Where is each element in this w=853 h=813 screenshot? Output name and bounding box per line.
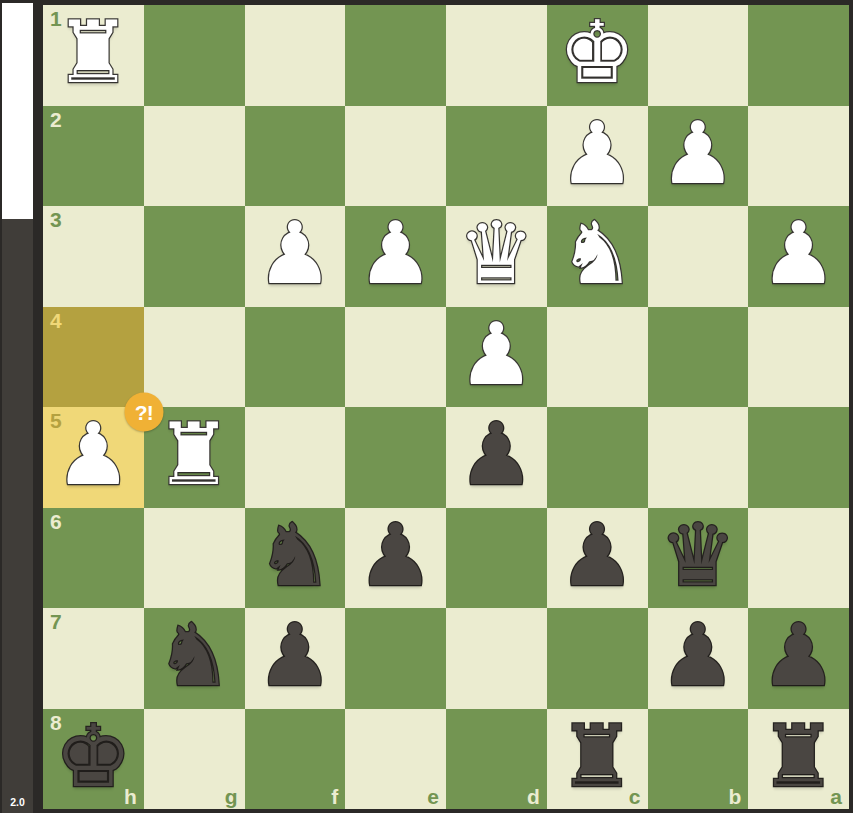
rank-label-7: 7: [50, 611, 62, 632]
evaluation-bar-white-portion: [2, 3, 33, 219]
square-b5[interactable]: [648, 407, 749, 508]
piece-white-king[interactable]: ♚: [559, 9, 636, 95]
file-label-b: b: [728, 786, 741, 807]
square-c1[interactable]: ♚: [547, 5, 648, 106]
square-g6[interactable]: [144, 508, 245, 609]
square-e7[interactable]: [345, 608, 446, 709]
square-h5[interactable]: 5♟: [43, 407, 144, 508]
square-d4[interactable]: ♟: [446, 307, 547, 408]
square-a3[interactable]: ♟: [748, 206, 849, 307]
square-e4[interactable]: [345, 307, 446, 408]
file-label-d: d: [527, 786, 540, 807]
piece-white-queen[interactable]: ♛: [458, 210, 535, 296]
file-label-f: f: [331, 786, 338, 807]
square-g8[interactable]: g: [144, 709, 245, 810]
square-d3[interactable]: ♛: [446, 206, 547, 307]
square-c8[interactable]: c♜: [547, 709, 648, 810]
square-h6[interactable]: 6: [43, 508, 144, 609]
square-b8[interactable]: b: [648, 709, 749, 810]
piece-black-rook[interactable]: ♜: [559, 713, 636, 799]
square-f4[interactable]: [245, 307, 346, 408]
square-h1[interactable]: 1♜: [43, 5, 144, 106]
square-h7[interactable]: 7: [43, 608, 144, 709]
square-b2[interactable]: ♟: [648, 106, 749, 207]
square-h8[interactable]: 8h♚: [43, 709, 144, 810]
square-g3[interactable]: [144, 206, 245, 307]
rank-label-3: 3: [50, 209, 62, 230]
square-f1[interactable]: [245, 5, 346, 106]
square-d6[interactable]: [446, 508, 547, 609]
square-e1[interactable]: [345, 5, 446, 106]
evaluation-score: 2.0: [2, 796, 33, 808]
square-d7[interactable]: [446, 608, 547, 709]
file-label-e: e: [427, 786, 439, 807]
square-f7[interactable]: ♟: [245, 608, 346, 709]
analysis-page: 2.0 ?! 1♜♚2♟♟3♟♟♛♞♟4♟5♟♜♟6♞♟♟♛7♞♟♟♟8h♚gf…: [0, 0, 853, 813]
piece-white-pawn[interactable]: ♟: [256, 210, 333, 296]
square-c4[interactable]: [547, 307, 648, 408]
square-c7[interactable]: [547, 608, 648, 709]
square-e5[interactable]: [345, 407, 446, 508]
square-d2[interactable]: [446, 106, 547, 207]
square-d8[interactable]: d: [446, 709, 547, 810]
chess-board: ?! 1♜♚2♟♟3♟♟♛♞♟4♟5♟♜♟6♞♟♟♛7♞♟♟♟8h♚gfedc♜…: [43, 5, 849, 809]
square-e6[interactable]: ♟: [345, 508, 446, 609]
square-e3[interactable]: ♟: [345, 206, 446, 307]
piece-white-pawn[interactable]: ♟: [55, 411, 132, 497]
evaluation-bar: 2.0: [2, 3, 33, 813]
square-h2[interactable]: 2: [43, 106, 144, 207]
square-d5[interactable]: ♟: [446, 407, 547, 508]
piece-black-pawn[interactable]: ♟: [659, 612, 736, 698]
piece-white-knight[interactable]: ♞: [559, 210, 636, 296]
square-a4[interactable]: [748, 307, 849, 408]
file-label-g: g: [225, 786, 238, 807]
piece-white-pawn[interactable]: ♟: [559, 110, 636, 196]
piece-black-knight[interactable]: ♞: [156, 612, 233, 698]
square-g7[interactable]: ♞: [144, 608, 245, 709]
rank-label-6: 6: [50, 511, 62, 532]
rank-label-4: 4: [50, 310, 62, 331]
piece-black-queen[interactable]: ♛: [659, 512, 736, 598]
board-area: ?! 1♜♚2♟♟3♟♟♛♞♟4♟5♟♜♟6♞♟♟♛7♞♟♟♟8h♚gfedc♜…: [43, 5, 849, 809]
square-b7[interactable]: ♟: [648, 608, 749, 709]
square-d1[interactable]: [446, 5, 547, 106]
piece-white-pawn[interactable]: ♟: [458, 311, 535, 397]
square-b1[interactable]: [648, 5, 749, 106]
piece-black-pawn[interactable]: ♟: [357, 512, 434, 598]
piece-black-king[interactable]: ♚: [55, 713, 132, 799]
eval-sidebar: 2.0: [0, 0, 43, 813]
square-a7[interactable]: ♟: [748, 608, 849, 709]
square-f6[interactable]: ♞: [245, 508, 346, 609]
square-a2[interactable]: [748, 106, 849, 207]
square-c3[interactable]: ♞: [547, 206, 648, 307]
piece-black-pawn[interactable]: ♟: [559, 512, 636, 598]
piece-black-knight[interactable]: ♞: [256, 512, 333, 598]
square-f2[interactable]: [245, 106, 346, 207]
piece-black-pawn[interactable]: ♟: [256, 612, 333, 698]
square-f8[interactable]: f: [245, 709, 346, 810]
square-g2[interactable]: [144, 106, 245, 207]
square-g1[interactable]: [144, 5, 245, 106]
piece-white-pawn[interactable]: ♟: [760, 210, 837, 296]
piece-black-rook[interactable]: ♜: [760, 713, 837, 799]
square-a1[interactable]: [748, 5, 849, 106]
square-b3[interactable]: [648, 206, 749, 307]
piece-white-pawn[interactable]: ♟: [659, 110, 736, 196]
square-a6[interactable]: [748, 508, 849, 609]
square-g5[interactable]: ♜: [144, 407, 245, 508]
piece-white-pawn[interactable]: ♟: [357, 210, 434, 296]
square-e2[interactable]: [345, 106, 446, 207]
square-f3[interactable]: ♟: [245, 206, 346, 307]
square-a8[interactable]: a♜: [748, 709, 849, 810]
piece-black-pawn[interactable]: ♟: [760, 612, 837, 698]
square-g4[interactable]: [144, 307, 245, 408]
square-f5[interactable]: [245, 407, 346, 508]
rank-label-2: 2: [50, 109, 62, 130]
square-c2[interactable]: ♟: [547, 106, 648, 207]
square-b6[interactable]: ♛: [648, 508, 749, 609]
square-c5[interactable]: [547, 407, 648, 508]
piece-white-rook[interactable]: ♜: [55, 9, 132, 95]
piece-white-rook[interactable]: ♜: [156, 411, 233, 497]
piece-black-pawn[interactable]: ♟: [458, 411, 535, 497]
square-h3[interactable]: 3: [43, 206, 144, 307]
square-c6[interactable]: ♟: [547, 508, 648, 609]
square-b4[interactable]: [648, 307, 749, 408]
square-h4[interactable]: 4: [43, 307, 144, 408]
square-e8[interactable]: e: [345, 709, 446, 810]
square-a5[interactable]: [748, 407, 849, 508]
